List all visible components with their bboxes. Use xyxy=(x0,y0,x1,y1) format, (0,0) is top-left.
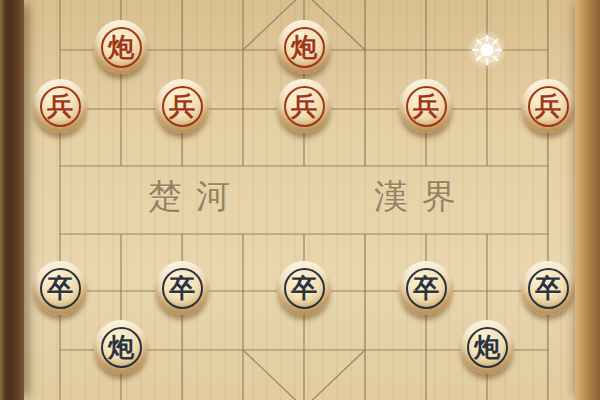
piece-character: 兵 xyxy=(413,93,439,119)
piece-ring: 卒 xyxy=(528,268,569,309)
piece-ring: 炮 xyxy=(284,27,325,68)
piece-character: 兵 xyxy=(535,93,561,119)
xiangqi-board[interactable]: 楚河 漢界 炮炮兵兵兵兵兵卒卒卒卒卒炮炮 xyxy=(0,0,600,400)
piece-black-soldier[interactable]: 卒 xyxy=(33,261,87,315)
piece-character: 兵 xyxy=(169,93,195,119)
piece-character: 卒 xyxy=(291,275,317,301)
piece-character: 卒 xyxy=(169,275,195,301)
piece-black-soldier[interactable]: 卒 xyxy=(399,261,453,315)
piece-character: 兵 xyxy=(291,93,317,119)
piece-character: 炮 xyxy=(108,34,134,60)
piece-black-cannon[interactable]: 炮 xyxy=(94,320,148,374)
piece-black-soldier[interactable]: 卒 xyxy=(155,261,209,315)
piece-ring: 兵 xyxy=(406,86,447,127)
board-right-frame xyxy=(575,0,600,400)
piece-red-cannon[interactable]: 炮 xyxy=(277,20,331,74)
piece-character: 炮 xyxy=(291,34,317,60)
piece-black-cannon[interactable]: 炮 xyxy=(460,320,514,374)
piece-red-soldier[interactable]: 兵 xyxy=(155,79,209,133)
piece-character: 卒 xyxy=(535,275,561,301)
piece-ring: 卒 xyxy=(162,268,203,309)
piece-red-soldier[interactable]: 兵 xyxy=(33,79,87,133)
piece-ring: 炮 xyxy=(101,27,142,68)
piece-character: 炮 xyxy=(474,334,500,360)
piece-black-soldier[interactable]: 卒 xyxy=(277,261,331,315)
piece-ring: 卒 xyxy=(40,268,81,309)
river-label-han-jie: 漢界 xyxy=(374,176,470,216)
piece-ring: 兵 xyxy=(40,86,81,127)
piece-red-soldier[interactable]: 兵 xyxy=(399,79,453,133)
piece-red-cannon[interactable]: 炮 xyxy=(94,20,148,74)
piece-ring: 兵 xyxy=(528,86,569,127)
piece-ring: 炮 xyxy=(101,327,142,368)
piece-character: 兵 xyxy=(47,93,73,119)
piece-ring: 卒 xyxy=(406,268,447,309)
piece-black-soldier[interactable]: 卒 xyxy=(521,261,575,315)
piece-ring: 兵 xyxy=(284,86,325,127)
piece-ring: 兵 xyxy=(162,86,203,127)
piece-character: 炮 xyxy=(108,334,134,360)
piece-red-soldier[interactable]: 兵 xyxy=(521,79,575,133)
board-left-frame xyxy=(0,0,24,400)
river-label-chu-he: 楚河 xyxy=(148,176,244,216)
piece-character: 卒 xyxy=(413,275,439,301)
piece-ring: 卒 xyxy=(284,268,325,309)
piece-character: 卒 xyxy=(47,275,73,301)
piece-red-soldier[interactable]: 兵 xyxy=(277,79,331,133)
piece-ring: 炮 xyxy=(467,327,508,368)
